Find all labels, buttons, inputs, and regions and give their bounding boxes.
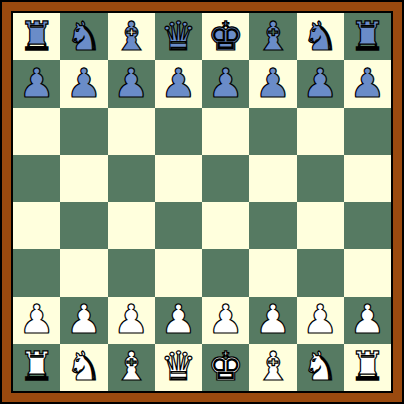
chess-board: ♜♞♝♛♚♝♞♜♟♟♟♟♟♟♟♟♟♟♟♟♟♟♟♟♜♞♝♛♚♝♞♜: [11, 11, 393, 393]
piece-white-rook[interactable]: ♜: [19, 346, 55, 386]
square-c5[interactable]: [108, 155, 155, 202]
piece-black-pawn[interactable]: ♟: [113, 63, 149, 103]
square-g8[interactable]: ♞: [297, 13, 344, 60]
square-e5[interactable]: [202, 155, 249, 202]
piece-white-pawn[interactable]: ♟: [349, 299, 385, 339]
piece-white-pawn[interactable]: ♟: [255, 299, 291, 339]
square-h8[interactable]: ♜: [344, 13, 391, 60]
square-d7[interactable]: ♟: [155, 60, 202, 107]
square-a8[interactable]: ♜: [13, 13, 60, 60]
piece-white-rook[interactable]: ♜: [349, 346, 385, 386]
square-g6[interactable]: [297, 108, 344, 155]
square-e2[interactable]: ♟: [202, 297, 249, 344]
square-b4[interactable]: [60, 202, 107, 249]
square-d1[interactable]: ♛: [155, 344, 202, 391]
square-e6[interactable]: [202, 108, 249, 155]
square-c3[interactable]: [108, 249, 155, 296]
square-f5[interactable]: [249, 155, 296, 202]
square-f1[interactable]: ♝: [249, 344, 296, 391]
square-g3[interactable]: [297, 249, 344, 296]
square-a1[interactable]: ♜: [13, 344, 60, 391]
piece-white-pawn[interactable]: ♟: [302, 299, 338, 339]
square-a3[interactable]: [13, 249, 60, 296]
piece-black-queen[interactable]: ♛: [160, 16, 196, 56]
square-h4[interactable]: [344, 202, 391, 249]
square-h2[interactable]: ♟: [344, 297, 391, 344]
square-c2[interactable]: ♟: [108, 297, 155, 344]
piece-black-pawn[interactable]: ♟: [255, 63, 291, 103]
square-a7[interactable]: ♟: [13, 60, 60, 107]
piece-white-king[interactable]: ♚: [208, 346, 244, 386]
square-d8[interactable]: ♛: [155, 13, 202, 60]
square-h6[interactable]: [344, 108, 391, 155]
square-b1[interactable]: ♞: [60, 344, 107, 391]
piece-white-pawn[interactable]: ♟: [160, 299, 196, 339]
square-h3[interactable]: [344, 249, 391, 296]
square-e7[interactable]: ♟: [202, 60, 249, 107]
piece-white-queen[interactable]: ♛: [160, 346, 196, 386]
square-c1[interactable]: ♝: [108, 344, 155, 391]
square-f6[interactable]: [249, 108, 296, 155]
piece-white-knight[interactable]: ♞: [66, 346, 102, 386]
square-g4[interactable]: [297, 202, 344, 249]
piece-black-pawn[interactable]: ♟: [349, 63, 385, 103]
square-g2[interactable]: ♟: [297, 297, 344, 344]
piece-black-rook[interactable]: ♜: [19, 16, 55, 56]
square-b5[interactable]: [60, 155, 107, 202]
piece-white-pawn[interactable]: ♟: [66, 299, 102, 339]
square-g5[interactable]: [297, 155, 344, 202]
square-c8[interactable]: ♝: [108, 13, 155, 60]
piece-black-king[interactable]: ♚: [208, 16, 244, 56]
square-c4[interactable]: [108, 202, 155, 249]
square-c6[interactable]: [108, 108, 155, 155]
piece-white-knight[interactable]: ♞: [302, 346, 338, 386]
square-f3[interactable]: [249, 249, 296, 296]
square-b2[interactable]: ♟: [60, 297, 107, 344]
square-b7[interactable]: ♟: [60, 60, 107, 107]
square-f8[interactable]: ♝: [249, 13, 296, 60]
piece-white-pawn[interactable]: ♟: [113, 299, 149, 339]
square-d4[interactable]: [155, 202, 202, 249]
square-a2[interactable]: ♟: [13, 297, 60, 344]
square-e4[interactable]: [202, 202, 249, 249]
chess-board-frame: ♜♞♝♛♚♝♞♜♟♟♟♟♟♟♟♟♟♟♟♟♟♟♟♟♜♞♝♛♚♝♞♜: [0, 0, 404, 404]
square-a6[interactable]: [13, 108, 60, 155]
piece-black-pawn[interactable]: ♟: [66, 63, 102, 103]
piece-white-pawn[interactable]: ♟: [19, 299, 55, 339]
square-f4[interactable]: [249, 202, 296, 249]
piece-black-bishop[interactable]: ♝: [255, 16, 291, 56]
square-f7[interactable]: ♟: [249, 60, 296, 107]
square-e1[interactable]: ♚: [202, 344, 249, 391]
square-a5[interactable]: [13, 155, 60, 202]
square-d2[interactable]: ♟: [155, 297, 202, 344]
square-h5[interactable]: [344, 155, 391, 202]
square-b6[interactable]: [60, 108, 107, 155]
square-g7[interactable]: ♟: [297, 60, 344, 107]
piece-black-rook[interactable]: ♜: [349, 16, 385, 56]
square-d5[interactable]: [155, 155, 202, 202]
piece-black-pawn[interactable]: ♟: [160, 63, 196, 103]
square-e3[interactable]: [202, 249, 249, 296]
piece-white-bishop[interactable]: ♝: [113, 346, 149, 386]
chess-app-window: ♜♞♝♛♚♝♞♜♟♟♟♟♟♟♟♟♟♟♟♟♟♟♟♟♜♞♝♛♚♝♞♜: [0, 0, 404, 404]
square-b8[interactable]: ♞: [60, 13, 107, 60]
square-f2[interactable]: ♟: [249, 297, 296, 344]
square-d3[interactable]: [155, 249, 202, 296]
piece-black-bishop[interactable]: ♝: [113, 16, 149, 56]
piece-white-bishop[interactable]: ♝: [255, 346, 291, 386]
piece-black-pawn[interactable]: ♟: [208, 63, 244, 103]
square-d6[interactable]: [155, 108, 202, 155]
piece-black-knight[interactable]: ♞: [302, 16, 338, 56]
square-h1[interactable]: ♜: [344, 344, 391, 391]
piece-white-pawn[interactable]: ♟: [208, 299, 244, 339]
piece-black-pawn[interactable]: ♟: [19, 63, 55, 103]
square-b3[interactable]: [60, 249, 107, 296]
square-h7[interactable]: ♟: [344, 60, 391, 107]
square-e8[interactable]: ♚: [202, 13, 249, 60]
square-c7[interactable]: ♟: [108, 60, 155, 107]
piece-black-pawn[interactable]: ♟: [302, 63, 338, 103]
square-g1[interactable]: ♞: [297, 344, 344, 391]
square-a4[interactable]: [13, 202, 60, 249]
piece-black-knight[interactable]: ♞: [66, 16, 102, 56]
